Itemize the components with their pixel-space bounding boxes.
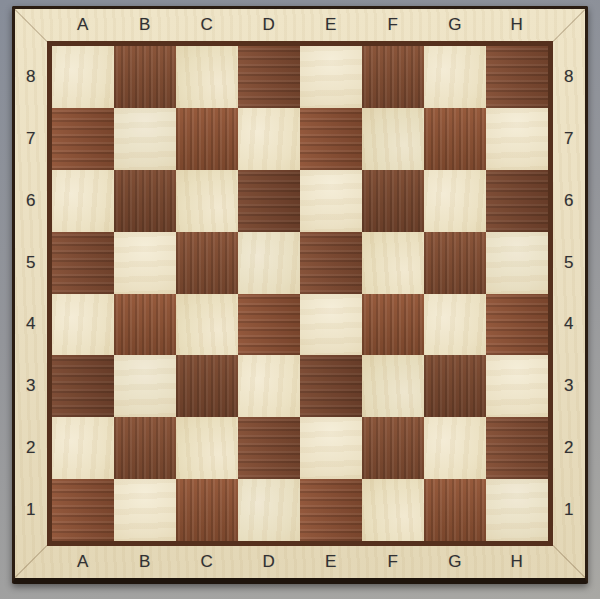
rank-left-5-cell: 5 bbox=[15, 232, 47, 294]
file-top-label-d: D bbox=[263, 15, 276, 35]
square-e2[interactable] bbox=[300, 417, 362, 479]
square-d3[interactable] bbox=[238, 355, 300, 417]
square-f6[interactable] bbox=[362, 170, 424, 232]
playing-field bbox=[47, 41, 553, 546]
photo-scene: ABCDEFGH ABCDEFGH 87654321 87654321 bbox=[0, 0, 600, 599]
file-bottom-c-cell: C bbox=[176, 546, 238, 578]
file-bottom-e-cell: E bbox=[300, 546, 362, 578]
rank-right-5-cell: 5 bbox=[553, 232, 585, 294]
file-top-label-b: B bbox=[139, 15, 151, 35]
rank-left-label-5: 5 bbox=[26, 253, 36, 273]
square-a1[interactable] bbox=[52, 479, 114, 541]
square-b5[interactable] bbox=[114, 232, 176, 294]
rank-right-8-cell: 8 bbox=[553, 46, 585, 108]
square-h3[interactable] bbox=[486, 355, 548, 417]
square-b6[interactable] bbox=[114, 170, 176, 232]
square-a7[interactable] bbox=[52, 108, 114, 170]
file-bottom-label-h: H bbox=[511, 552, 524, 572]
square-e5[interactable] bbox=[300, 232, 362, 294]
square-e7[interactable] bbox=[300, 108, 362, 170]
square-e3[interactable] bbox=[300, 355, 362, 417]
square-f5[interactable] bbox=[362, 232, 424, 294]
file-top-label-e: E bbox=[325, 15, 337, 35]
square-h4[interactable] bbox=[486, 294, 548, 356]
square-e4[interactable] bbox=[300, 294, 362, 356]
square-b1[interactable] bbox=[114, 479, 176, 541]
square-a5[interactable] bbox=[52, 232, 114, 294]
rank-right-1-cell: 1 bbox=[553, 479, 585, 541]
square-c1[interactable] bbox=[176, 479, 238, 541]
file-bottom-label-e: E bbox=[325, 552, 337, 572]
square-b2[interactable] bbox=[114, 417, 176, 479]
square-f1[interactable] bbox=[362, 479, 424, 541]
rank-right-label-3: 3 bbox=[564, 376, 574, 396]
rank-left-label-6: 6 bbox=[26, 191, 36, 211]
square-c6[interactable] bbox=[176, 170, 238, 232]
square-f2[interactable] bbox=[362, 417, 424, 479]
file-bottom-b-cell: B bbox=[114, 546, 176, 578]
square-g7[interactable] bbox=[424, 108, 486, 170]
square-g2[interactable] bbox=[424, 417, 486, 479]
square-h2[interactable] bbox=[486, 417, 548, 479]
file-bottom-label-f: F bbox=[388, 552, 399, 572]
frame-miter-top-left bbox=[15, 9, 49, 43]
frame-miter-bottom-right bbox=[551, 544, 585, 578]
square-f3[interactable] bbox=[362, 355, 424, 417]
file-top-label-f: F bbox=[388, 15, 399, 35]
rank-left-label-8: 8 bbox=[26, 67, 36, 87]
square-a2[interactable] bbox=[52, 417, 114, 479]
square-g8[interactable] bbox=[424, 46, 486, 108]
rank-left-label-1: 1 bbox=[26, 500, 36, 520]
rank-right-4-cell: 4 bbox=[553, 294, 585, 356]
frame-miter-top-right bbox=[551, 9, 585, 43]
file-bottom-f-cell: F bbox=[362, 546, 424, 578]
square-d7[interactable] bbox=[238, 108, 300, 170]
file-bottom-label-g: G bbox=[448, 552, 462, 572]
rank-right-6-cell: 6 bbox=[553, 170, 585, 232]
rank-labels-right: 87654321 bbox=[553, 46, 585, 541]
square-h1[interactable] bbox=[486, 479, 548, 541]
rank-left-1-cell: 1 bbox=[15, 479, 47, 541]
frame-miter-bottom-left bbox=[15, 544, 49, 578]
square-a6[interactable] bbox=[52, 170, 114, 232]
square-c2[interactable] bbox=[176, 417, 238, 479]
file-top-e-cell: E bbox=[300, 9, 362, 41]
file-bottom-label-c: C bbox=[201, 552, 214, 572]
rank-right-label-6: 6 bbox=[564, 191, 574, 211]
file-top-g-cell: G bbox=[424, 9, 486, 41]
file-bottom-label-d: D bbox=[263, 552, 276, 572]
file-top-a-cell: A bbox=[52, 9, 114, 41]
square-a4[interactable] bbox=[52, 294, 114, 356]
rank-right-3-cell: 3 bbox=[553, 355, 585, 417]
rank-left-4-cell: 4 bbox=[15, 294, 47, 356]
square-h8[interactable] bbox=[486, 46, 548, 108]
square-d8[interactable] bbox=[238, 46, 300, 108]
rank-right-label-8: 8 bbox=[564, 67, 574, 87]
square-h7[interactable] bbox=[486, 108, 548, 170]
rank-left-label-2: 2 bbox=[26, 438, 36, 458]
file-bottom-h-cell: H bbox=[486, 546, 548, 578]
rank-right-label-5: 5 bbox=[564, 253, 574, 273]
rank-left-7-cell: 7 bbox=[15, 108, 47, 170]
square-c4[interactable] bbox=[176, 294, 238, 356]
file-top-label-h: H bbox=[511, 15, 524, 35]
square-g3[interactable] bbox=[424, 355, 486, 417]
file-top-label-a: A bbox=[77, 15, 89, 35]
file-top-label-g: G bbox=[448, 15, 462, 35]
file-top-f-cell: F bbox=[362, 9, 424, 41]
square-d6[interactable] bbox=[238, 170, 300, 232]
square-a8[interactable] bbox=[52, 46, 114, 108]
square-c3[interactable] bbox=[176, 355, 238, 417]
square-g4[interactable] bbox=[424, 294, 486, 356]
square-b4[interactable] bbox=[114, 294, 176, 356]
square-e1[interactable] bbox=[300, 479, 362, 541]
square-d2[interactable] bbox=[238, 417, 300, 479]
square-c7[interactable] bbox=[176, 108, 238, 170]
square-g6[interactable] bbox=[424, 170, 486, 232]
square-c8[interactable] bbox=[176, 46, 238, 108]
file-top-c-cell: C bbox=[176, 9, 238, 41]
rank-left-2-cell: 2 bbox=[15, 417, 47, 479]
square-h6[interactable] bbox=[486, 170, 548, 232]
file-bottom-d-cell: D bbox=[238, 546, 300, 578]
file-top-h-cell: H bbox=[486, 9, 548, 41]
file-top-b-cell: B bbox=[114, 9, 176, 41]
square-c5[interactable] bbox=[176, 232, 238, 294]
rank-left-label-4: 4 bbox=[26, 314, 36, 334]
chess-board: ABCDEFGH ABCDEFGH 87654321 87654321 bbox=[12, 6, 588, 584]
square-d5[interactable] bbox=[238, 232, 300, 294]
rank-left-label-3: 3 bbox=[26, 376, 36, 396]
rank-right-2-cell: 2 bbox=[553, 417, 585, 479]
file-bottom-g-cell: G bbox=[424, 546, 486, 578]
rank-left-label-7: 7 bbox=[26, 129, 36, 149]
square-b3[interactable] bbox=[114, 355, 176, 417]
rank-left-6-cell: 6 bbox=[15, 170, 47, 232]
file-top-d-cell: D bbox=[238, 9, 300, 41]
rank-right-label-7: 7 bbox=[564, 129, 574, 149]
square-f7[interactable] bbox=[362, 108, 424, 170]
file-top-label-c: C bbox=[201, 15, 214, 35]
square-a3[interactable] bbox=[52, 355, 114, 417]
square-g1[interactable] bbox=[424, 479, 486, 541]
rank-right-7-cell: 7 bbox=[553, 108, 585, 170]
rank-labels-left: 87654321 bbox=[15, 46, 47, 541]
rank-left-3-cell: 3 bbox=[15, 355, 47, 417]
square-g5[interactable] bbox=[424, 232, 486, 294]
square-b8[interactable] bbox=[114, 46, 176, 108]
rank-right-label-1: 1 bbox=[564, 500, 574, 520]
square-d4[interactable] bbox=[238, 294, 300, 356]
square-f8[interactable] bbox=[362, 46, 424, 108]
square-d1[interactable] bbox=[238, 479, 300, 541]
square-e6[interactable] bbox=[300, 170, 362, 232]
square-b7[interactable] bbox=[114, 108, 176, 170]
rank-right-label-4: 4 bbox=[564, 314, 574, 334]
rank-right-label-2: 2 bbox=[564, 438, 574, 458]
file-bottom-label-a: A bbox=[77, 552, 89, 572]
square-e8[interactable] bbox=[300, 46, 362, 108]
file-labels-top: ABCDEFGH bbox=[52, 9, 548, 41]
rank-left-8-cell: 8 bbox=[15, 46, 47, 108]
file-bottom-a-cell: A bbox=[52, 546, 114, 578]
square-h5[interactable] bbox=[486, 232, 548, 294]
file-bottom-label-b: B bbox=[139, 552, 151, 572]
file-labels-bottom: ABCDEFGH bbox=[52, 546, 548, 578]
square-f4[interactable] bbox=[362, 294, 424, 356]
